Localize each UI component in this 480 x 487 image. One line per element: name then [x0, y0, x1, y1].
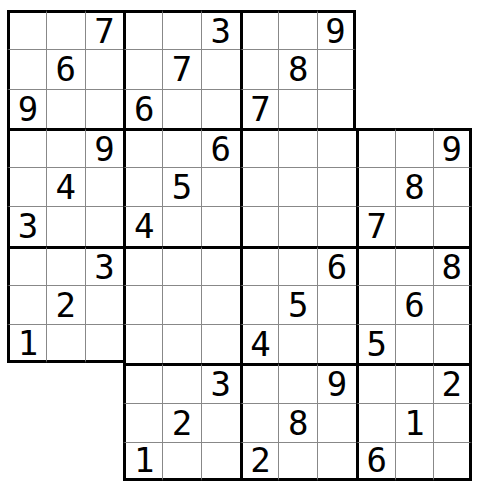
given-digit-r8c2[interactable]: 2	[46, 285, 85, 324]
cell-r10c7[interactable]	[240, 363, 279, 402]
cell-r7c2[interactable]	[46, 246, 85, 285]
cell-r11c2	[46, 403, 85, 442]
cell-r11c9[interactable]	[317, 403, 356, 442]
cell-r10c11[interactable]	[395, 363, 434, 402]
cell-r2c12	[433, 49, 472, 88]
sudoku-board: 739678967969458347368256145392281126	[7, 10, 472, 481]
cell-r3c11	[395, 89, 434, 128]
cell-r1c1[interactable]	[7, 10, 46, 49]
cell-r8c4[interactable]	[123, 285, 162, 324]
cell-r12c8[interactable]	[278, 442, 317, 481]
cell-r4c9[interactable]	[317, 128, 356, 167]
cell-r4c1[interactable]	[7, 128, 46, 167]
given-digit-r9c10[interactable]: 5	[356, 324, 395, 363]
cell-r1c10	[356, 10, 395, 49]
cell-r9c9[interactable]	[317, 324, 356, 363]
cell-r12c11[interactable]	[395, 442, 434, 481]
cell-r8c1[interactable]	[7, 285, 46, 324]
cell-r1c12	[433, 10, 472, 49]
given-digit-r3c7[interactable]: 7	[240, 89, 279, 128]
cell-r3c5[interactable]	[162, 89, 201, 128]
given-digit-r5c2[interactable]: 4	[46, 167, 85, 206]
cell-r2c3[interactable]	[85, 49, 124, 88]
cell-r9c5[interactable]	[162, 324, 201, 363]
cell-r9c2[interactable]	[46, 324, 85, 363]
cell-r5c9[interactable]	[317, 167, 356, 206]
given-digit-r9c7[interactable]: 4	[240, 324, 279, 363]
cell-r11c7[interactable]	[240, 403, 279, 442]
cell-r7c5[interactable]	[162, 246, 201, 285]
given-digit-r12c4[interactable]: 1	[123, 442, 162, 481]
cell-r3c6[interactable]	[201, 89, 240, 128]
cell-r2c1[interactable]	[7, 49, 46, 88]
cell-r12c2	[46, 442, 85, 481]
given-digit-r6c10[interactable]: 7	[356, 206, 395, 245]
given-digit-r5c5[interactable]: 5	[162, 167, 201, 206]
cell-r3c3[interactable]	[85, 89, 124, 128]
cell-r8c9[interactable]	[317, 285, 356, 324]
cell-r6c11[interactable]	[395, 206, 434, 245]
cell-r12c12[interactable]	[433, 442, 472, 481]
given-digit-r11c5[interactable]: 2	[162, 403, 201, 442]
cell-r5c1[interactable]	[7, 167, 46, 206]
cell-r11c12[interactable]	[433, 403, 472, 442]
cell-r7c4[interactable]	[123, 246, 162, 285]
cell-r7c10[interactable]	[356, 246, 395, 285]
cell-r4c5[interactable]	[162, 128, 201, 167]
cell-r10c10[interactable]	[356, 363, 395, 402]
cell-r6c6[interactable]	[201, 206, 240, 245]
cell-r1c2[interactable]	[46, 10, 85, 49]
cell-r11c3	[85, 403, 124, 442]
given-digit-r8c11[interactable]: 6	[395, 285, 434, 324]
cell-r5c7[interactable]	[240, 167, 279, 206]
cell-r8c5[interactable]	[162, 285, 201, 324]
cell-r7c11[interactable]	[395, 246, 434, 285]
cell-r10c8[interactable]	[278, 363, 317, 402]
cell-r12c6[interactable]	[201, 442, 240, 481]
given-digit-r8c8[interactable]: 5	[278, 285, 317, 324]
cell-r12c1	[7, 442, 46, 481]
cell-r6c8[interactable]	[278, 206, 317, 245]
cell-r10c4[interactable]	[123, 363, 162, 402]
cell-r9c3[interactable]	[85, 324, 124, 363]
cell-r8c3[interactable]	[85, 285, 124, 324]
cell-r2c11	[395, 49, 434, 88]
given-digit-r9c1[interactable]: 1	[7, 324, 46, 363]
cell-r8c6[interactable]	[201, 285, 240, 324]
cell-r12c9[interactable]	[317, 442, 356, 481]
given-digit-r11c11[interactable]: 1	[395, 403, 434, 442]
cell-r8c7[interactable]	[240, 285, 279, 324]
given-digit-r7c9[interactable]: 6	[317, 246, 356, 285]
cell-r2c6[interactable]	[201, 49, 240, 88]
cell-r8c10[interactable]	[356, 285, 395, 324]
cell-r1c5[interactable]	[162, 10, 201, 49]
cell-r10c5[interactable]	[162, 363, 201, 402]
cell-r12c3	[85, 442, 124, 481]
cell-r1c8[interactable]	[278, 10, 317, 49]
given-digit-r2c2[interactable]: 6	[46, 49, 85, 88]
cell-r3c2[interactable]	[46, 89, 85, 128]
given-digit-r1c9[interactable]: 9	[317, 10, 356, 49]
given-digit-r10c6[interactable]: 3	[201, 363, 240, 402]
given-digit-r4c6[interactable]: 6	[201, 128, 240, 167]
cell-r8c12[interactable]	[433, 285, 472, 324]
given-digit-r6c4[interactable]: 4	[123, 206, 162, 245]
given-digit-r4c3[interactable]: 9	[85, 128, 124, 167]
cell-r4c8[interactable]	[278, 128, 317, 167]
cell-r7c1[interactable]	[7, 246, 46, 285]
cell-r1c7[interactable]	[240, 10, 279, 49]
given-digit-r12c7[interactable]: 2	[240, 442, 279, 481]
given-digit-r10c12[interactable]: 2	[433, 363, 472, 402]
cell-r5c4[interactable]	[123, 167, 162, 206]
given-digit-r1c6[interactable]: 3	[201, 10, 240, 49]
given-digit-r2c8[interactable]: 8	[278, 49, 317, 88]
cell-r9c4[interactable]	[123, 324, 162, 363]
cell-r3c8[interactable]	[278, 89, 317, 128]
cell-r6c5[interactable]	[162, 206, 201, 245]
cell-r4c2[interactable]	[46, 128, 85, 167]
cell-r11c4[interactable]	[123, 403, 162, 442]
given-digit-r10c9[interactable]: 9	[317, 363, 356, 402]
cell-r2c9[interactable]	[317, 49, 356, 88]
given-digit-r7c12[interactable]: 8	[433, 246, 472, 285]
cell-r2c7[interactable]	[240, 49, 279, 88]
given-digit-r11c8[interactable]: 8	[278, 403, 317, 442]
cell-r10c1	[7, 363, 46, 402]
cell-r5c3[interactable]	[85, 167, 124, 206]
cell-r10c3	[85, 363, 124, 402]
given-digit-r5c11[interactable]: 8	[395, 167, 434, 206]
given-digit-r3c4[interactable]: 6	[123, 89, 162, 128]
cell-r3c12	[433, 89, 472, 128]
cell-r5c8[interactable]	[278, 167, 317, 206]
cell-r3c9[interactable]	[317, 89, 356, 128]
cell-r2c10	[356, 49, 395, 88]
cell-r9c8[interactable]	[278, 324, 317, 363]
cell-r5c6[interactable]	[201, 167, 240, 206]
given-digit-r2c5[interactable]: 7	[162, 49, 201, 88]
cell-r9c6[interactable]	[201, 324, 240, 363]
given-digit-r4c12[interactable]: 9	[433, 128, 472, 167]
cell-r2c4[interactable]	[123, 49, 162, 88]
cell-r9c12[interactable]	[433, 324, 472, 363]
given-digit-r3c1[interactable]: 9	[7, 89, 46, 128]
cell-r7c7[interactable]	[240, 246, 279, 285]
cell-r4c10[interactable]	[356, 128, 395, 167]
cell-r4c4[interactable]	[123, 128, 162, 167]
cell-r5c12[interactable]	[433, 167, 472, 206]
cell-r9c11[interactable]	[395, 324, 434, 363]
cell-r6c2[interactable]	[46, 206, 85, 245]
cell-r11c10[interactable]	[356, 403, 395, 442]
cell-r12c5[interactable]	[162, 442, 201, 481]
cell-r10c2	[46, 363, 85, 402]
cell-r7c6[interactable]	[201, 246, 240, 285]
cell-r6c12[interactable]	[433, 206, 472, 245]
given-digit-r12c10[interactable]: 6	[356, 442, 395, 481]
given-digit-r1c3[interactable]: 7	[85, 10, 124, 49]
cell-r11c6[interactable]	[201, 403, 240, 442]
given-digit-r6c1[interactable]: 3	[7, 206, 46, 245]
cell-r11c1	[7, 403, 46, 442]
cell-r6c7[interactable]	[240, 206, 279, 245]
cell-r3c10	[356, 89, 395, 128]
cell-r4c7[interactable]	[240, 128, 279, 167]
given-digit-r7c3[interactable]: 3	[85, 246, 124, 285]
cell-r5c10[interactable]	[356, 167, 395, 206]
cell-r6c3[interactable]	[85, 206, 124, 245]
cell-r7c8[interactable]	[278, 246, 317, 285]
cell-r6c9[interactable]	[317, 206, 356, 245]
cell-r1c11	[395, 10, 434, 49]
cell-r4c11[interactable]	[395, 128, 434, 167]
cell-r1c4[interactable]	[123, 10, 162, 49]
